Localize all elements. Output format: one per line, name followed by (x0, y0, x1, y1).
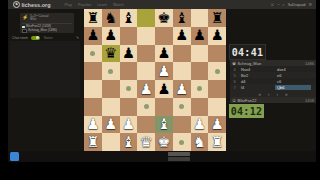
piece-white-bishop[interactable]: ♝ (120, 133, 138, 151)
lichess-logo[interactable]: ♞ lichess.org (13, 1, 51, 8)
square-d2[interactable] (137, 116, 155, 134)
white-king-icon: ♔ (232, 98, 236, 103)
piece-white-pawn[interactable]: ♟ (102, 116, 120, 134)
logo-text: lichess.org (22, 2, 51, 8)
nav-link-watch[interactable]: Watch (113, 3, 124, 7)
square-g3[interactable] (191, 98, 209, 116)
piece-white-pawn[interactable]: ♟ (84, 116, 102, 134)
move-number: 5 (230, 73, 239, 78)
square-f4[interactable]: ♟ (173, 80, 191, 98)
square-e5[interactable]: ♟ (155, 62, 173, 80)
piece-white-knight[interactable]: ♞ (191, 133, 209, 151)
square-c7[interactable] (120, 27, 138, 45)
square-e8[interactable]: ♚ (155, 9, 173, 27)
move-hint-dot[interactable] (197, 86, 202, 91)
piece-black-pawn[interactable]: ♟ (102, 27, 120, 45)
square-b8[interactable]: ♞ (102, 9, 120, 27)
square-h7[interactable]: ♟ (208, 27, 226, 45)
top-navbar: ♞ lichess.org PlayPuzzlesLearnWatch ⚔ ◔ … (8, 0, 316, 9)
white-player-rating: 1458 (305, 98, 314, 103)
piece-black-king[interactable]: ♚ (155, 9, 173, 27)
square-b6[interactable]: ♛ (102, 45, 120, 63)
square-c6[interactable]: ♟ (120, 45, 138, 63)
square-f2[interactable] (173, 116, 191, 134)
move-cell[interactable]: f4 (239, 85, 275, 90)
nav-link-learn[interactable]: Learn (97, 3, 107, 7)
piece-white-rook[interactable]: ♜ (84, 133, 102, 151)
piece-white-king[interactable]: ♚ (155, 133, 173, 151)
black-player-name: Schnug_Man (238, 61, 262, 66)
square-b7[interactable]: ♟ (102, 27, 120, 45)
square-h1[interactable]: ♜ (208, 133, 226, 151)
square-g2[interactable]: ♟ (191, 116, 209, 134)
square-d4[interactable]: ♟ (137, 80, 155, 98)
square-a6[interactable] (84, 45, 102, 63)
white-color-icon (22, 26, 25, 29)
pencil-icon[interactable]: ✎ (76, 36, 79, 40)
video-frame: ♞ lichess.org PlayPuzzlesLearnWatch ⚔ ◔ … (0, 0, 320, 180)
piece-white-pawn[interactable]: ♟ (173, 80, 191, 98)
move-number: 6 (230, 79, 239, 84)
black-player-label: Schnug_Man (1486) (28, 29, 57, 33)
square-c1[interactable]: ♝ (120, 133, 138, 151)
piece-black-bishop[interactable]: ♝ (173, 9, 191, 27)
move-number: 4 (230, 67, 239, 72)
menu-bar-bottom[interactable] (168, 157, 190, 161)
piece-black-knight[interactable]: ♞ (102, 9, 120, 27)
first-move-button[interactable]: « (258, 92, 261, 97)
piece-black-pawn[interactable]: ♟ (173, 27, 191, 45)
notifications-icon[interactable]: ◔ (277, 2, 279, 7)
move-hint-dot[interactable] (179, 104, 184, 109)
move-panel: ♚ Schnug_Man 1486 4Nxe4dxe45Be2e66d4c67f… (230, 60, 316, 103)
blue-badge-icon (10, 152, 19, 161)
search-icon[interactable]: ⌕ (282, 2, 284, 7)
square-h4[interactable] (208, 80, 226, 98)
square-d3[interactable] (137, 98, 155, 116)
square-d6[interactable] (137, 45, 155, 63)
square-a5[interactable] (84, 62, 102, 80)
square-e1[interactable]: ♚ (155, 133, 173, 151)
move-row: 7f4Qb6 (230, 84, 316, 90)
square-a1[interactable]: ♜ (84, 133, 102, 151)
piece-black-pawn[interactable]: ♟ (208, 27, 226, 45)
square-b3[interactable] (102, 98, 120, 116)
move-hint-dot[interactable] (108, 69, 113, 74)
square-d1[interactable]: ♛ (137, 133, 155, 151)
nav-link-puzzles[interactable]: Puzzles (78, 3, 91, 7)
square-g5[interactable] (191, 62, 209, 80)
move-cell[interactable]: c6 (275, 79, 311, 84)
square-f6[interactable] (173, 45, 191, 63)
black-king-icon: ♚ (232, 61, 236, 66)
piece-black-queen[interactable]: ♛ (102, 45, 120, 63)
move-hint-dot[interactable] (144, 104, 149, 109)
move-hint-dot[interactable] (179, 140, 184, 145)
piece-black-pawn[interactable]: ♟ (155, 45, 173, 63)
square-f8[interactable]: ♝ (173, 9, 191, 27)
square-d7[interactable] (137, 27, 155, 45)
move-cell[interactable]: d4 (239, 79, 275, 84)
square-e4[interactable]: ♟ (155, 80, 173, 98)
gear-icon[interactable]: ⚙ (308, 2, 312, 7)
piece-white-pawn[interactable]: ♟ (137, 80, 155, 98)
menu-bar-top[interactable] (168, 152, 190, 156)
piece-white-rook[interactable]: ♜ (208, 133, 226, 151)
black-player-rating: 1486 (305, 61, 314, 66)
move-cell[interactable]: Nxe4 (239, 67, 275, 72)
piece-black-rook[interactable]: ♜ (208, 9, 226, 27)
square-a8[interactable]: ♜ (84, 9, 102, 27)
square-c4[interactable] (120, 80, 138, 98)
move-hint-dot[interactable] (126, 86, 131, 91)
square-c5[interactable] (120, 62, 138, 80)
white-clock-active: 04:12 (229, 104, 264, 118)
game-info-box: ⚡ 5+3 • Casual Blitz BlitzFan22 (1458) S… (20, 13, 74, 33)
square-b2[interactable]: ♟ (102, 116, 120, 134)
square-h3[interactable] (208, 98, 226, 116)
square-c8[interactable]: ♝ (120, 9, 138, 27)
tab-chat-room[interactable]: Chat room (12, 36, 28, 40)
square-e3[interactable] (155, 98, 173, 116)
bottom-strip (8, 151, 316, 162)
black-player-row[interactable]: Schnug_Man (1486) (22, 29, 72, 34)
blitz-icon: ⚡ (22, 15, 28, 22)
game-speed: Blitz (30, 18, 48, 22)
square-e7[interactable] (155, 27, 173, 45)
move-number: 7 (230, 85, 239, 90)
square-h6[interactable] (208, 45, 226, 63)
square-b4[interactable] (102, 80, 120, 98)
white-player-name: BlitzFan22 (238, 98, 257, 103)
square-g1[interactable]: ♞ (191, 133, 209, 151)
chess-board: ♜♞♝♚♝♜♟♟♟♟♟♛♟♟♟♟♟♟♟♟♟♝♟♟♜♝♛♚♞♜ (84, 9, 226, 151)
square-f3[interactable] (173, 98, 191, 116)
square-c2[interactable]: ♟ (120, 116, 138, 134)
piece-black-pawn[interactable]: ♟ (84, 27, 102, 45)
move-hint-dot[interactable] (90, 51, 95, 56)
square-h8[interactable]: ♜ (208, 9, 226, 27)
square-c3[interactable] (120, 98, 138, 116)
black-color-icon (22, 29, 27, 34)
square-f7[interactable]: ♟ (173, 27, 191, 45)
square-g8[interactable] (191, 9, 209, 27)
piece-white-bishop[interactable]: ♝ (155, 116, 173, 134)
last-move-button[interactable]: » (285, 92, 288, 97)
piece-white-pawn[interactable]: ♟ (155, 62, 173, 80)
username[interactable]: SaDsquad (288, 3, 306, 7)
chat-tabs: Chat room Notes ✎ (12, 34, 80, 41)
tab-notes[interactable]: Notes (44, 36, 53, 40)
move-cell[interactable]: dxe4 (275, 67, 311, 72)
piece-white-pawn[interactable]: ♟ (120, 116, 138, 134)
last-move-highlight (137, 9, 155, 27)
move-cell[interactable]: Qb6 (275, 85, 311, 90)
square-d8[interactable] (137, 9, 155, 27)
square-h2[interactable]: ♟ (208, 116, 226, 134)
square-b1[interactable] (102, 133, 120, 151)
move-list: 4Nxe4dxe45Be2e66d4c67f4Qb6 (230, 66, 316, 91)
piece-white-queen[interactable]: ♛ (137, 133, 155, 151)
next-move-button[interactable]: › (277, 92, 279, 97)
nav-links: PlayPuzzlesLearnWatch (65, 3, 124, 7)
square-a3[interactable] (84, 98, 102, 116)
piece-black-pawn[interactable]: ♟ (120, 45, 138, 63)
square-a7[interactable]: ♟ (84, 27, 102, 45)
piece-white-pawn[interactable]: ♟ (208, 116, 226, 134)
piece-black-pawn[interactable]: ♟ (155, 80, 173, 98)
navbar-right: ⚔ ◔ ⌕ SaDsquad ⚙ (270, 0, 312, 9)
knight-logo-icon: ♞ (13, 1, 20, 8)
nav-link-play[interactable]: Play (65, 3, 72, 7)
chat-panel[interactable] (10, 41, 80, 98)
square-e2[interactable]: ♝ (155, 116, 173, 134)
black-clock: 04:41 (229, 44, 266, 60)
square-d5[interactable] (137, 62, 155, 80)
square-g7[interactable]: ♟ (191, 27, 209, 45)
square-a2[interactable]: ♟ (84, 116, 102, 134)
square-b5[interactable] (102, 62, 120, 80)
square-h5[interactable] (208, 62, 226, 80)
square-e6[interactable]: ♟ (155, 45, 173, 63)
chat-toggle[interactable] (31, 36, 40, 40)
square-g6[interactable] (191, 45, 209, 63)
square-a4[interactable] (84, 80, 102, 98)
square-g4[interactable] (191, 80, 209, 98)
move-hint-dot[interactable] (215, 69, 220, 74)
square-f1[interactable] (173, 133, 191, 151)
square-f5[interactable] (173, 62, 191, 80)
piece-black-pawn[interactable]: ♟ (191, 27, 209, 45)
move-cell[interactable]: e6 (275, 73, 311, 78)
move-cell[interactable]: Be2 (239, 73, 275, 78)
lichess-app: ♞ lichess.org PlayPuzzlesLearnWatch ⚔ ◔ … (8, 0, 316, 162)
challenge-icon[interactable]: ⚔ (270, 2, 274, 7)
white-player-header[interactable]: ♔ BlitzFan22 1458 (230, 97, 316, 103)
piece-white-pawn[interactable]: ♟ (191, 116, 209, 134)
prev-move-button[interactable]: ‹ (268, 92, 270, 97)
piece-black-bishop[interactable]: ♝ (120, 9, 138, 27)
piece-black-rook[interactable]: ♜ (84, 9, 102, 27)
